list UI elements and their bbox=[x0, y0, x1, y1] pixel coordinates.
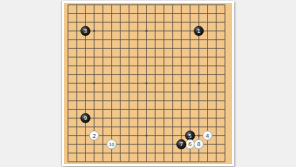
stone-white-2: 2 bbox=[89, 131, 98, 140]
star-point bbox=[145, 82, 147, 84]
star-point bbox=[93, 82, 95, 84]
stone-number: 5 bbox=[188, 133, 191, 139]
stone-white-4: 4 bbox=[203, 131, 212, 140]
star-point bbox=[145, 134, 147, 136]
stone-number: 1 bbox=[197, 28, 200, 34]
stone-white-10: 10 bbox=[107, 140, 116, 149]
star-point bbox=[198, 134, 200, 136]
go-board: 12345678910 bbox=[62, 1, 234, 166]
go-board-svg: 12345678910 bbox=[62, 1, 234, 166]
stone-number: 9 bbox=[84, 115, 88, 121]
stone-number: 10 bbox=[109, 142, 115, 147]
stone-number: 8 bbox=[197, 141, 201, 147]
stone-number: 3 bbox=[84, 28, 87, 34]
stone-number: 6 bbox=[188, 141, 192, 147]
star-point bbox=[145, 30, 147, 32]
stone-black-5: 5 bbox=[185, 131, 194, 140]
stone-black-7: 7 bbox=[177, 140, 186, 149]
star-point bbox=[198, 82, 200, 84]
page-background: 12345678910 bbox=[0, 0, 296, 167]
stone-number: 2 bbox=[92, 133, 95, 139]
star-point bbox=[93, 30, 95, 32]
stone-white-6: 6 bbox=[185, 140, 194, 149]
stone-black-9: 9 bbox=[81, 113, 90, 122]
stone-white-8: 8 bbox=[194, 140, 203, 149]
stone-number: 7 bbox=[180, 141, 183, 147]
stone-black-3: 3 bbox=[81, 26, 90, 35]
stone-black-1: 1 bbox=[194, 26, 203, 35]
stone-number: 4 bbox=[206, 133, 210, 139]
